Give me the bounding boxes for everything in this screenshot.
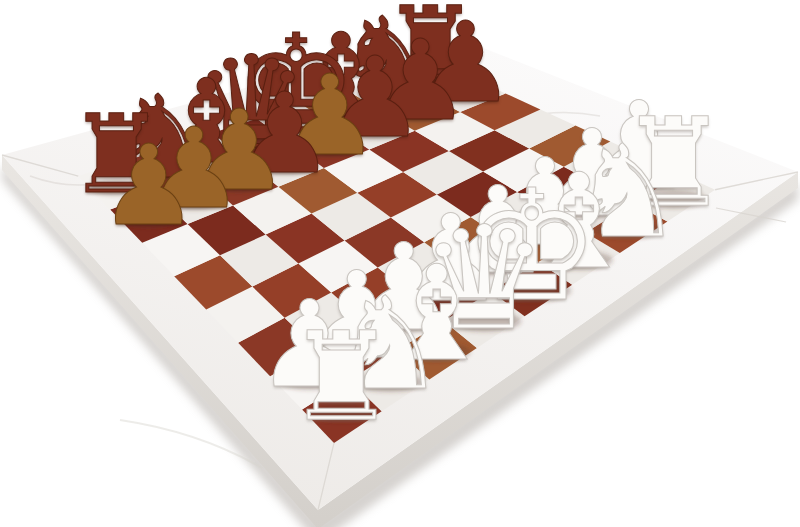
red-pawn-a7[interactable]: ♟ [99, 131, 199, 242]
chess-set-photo: ♜♞♟♝♟♚♟♛♟♝♟♞♟♟♜♜♟♟♟♞♟♝♟♚♟♛♟♝♟♟♞♜ [0, 0, 800, 527]
white-rook-a1[interactable]: ♜ [287, 316, 396, 438]
